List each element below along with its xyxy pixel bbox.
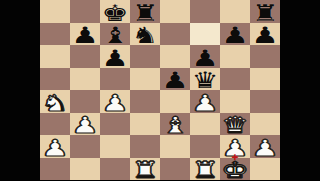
letterbox-right [280,0,320,180]
square-d7[interactable]: ♞ [130,23,160,46]
white-pawn[interactable]: ♟ [71,113,98,136]
square-e3[interactable]: ♝ [160,113,190,136]
square-g7[interactable]: ♟ [220,23,250,46]
white-pawn[interactable]: ♟ [191,91,218,114]
square-c1[interactable] [100,158,130,181]
square-h6[interactable] [250,45,280,68]
square-h1[interactable] [250,158,280,181]
square-b6[interactable] [70,45,100,68]
square-f7[interactable] [190,23,220,46]
square-c5[interactable] [100,68,130,91]
square-h2[interactable]: ♟ [250,135,280,158]
square-f4[interactable]: ♟ [190,90,220,113]
white-bishop[interactable]: ♝ [161,113,188,136]
square-b2[interactable] [70,135,100,158]
square-g8[interactable] [220,0,250,23]
square-e4[interactable] [160,90,190,113]
square-e5[interactable]: ♟ [160,68,190,91]
square-h3[interactable] [250,113,280,136]
square-g5[interactable] [220,68,250,91]
square-d1[interactable]: ♜ [130,158,160,181]
square-h5[interactable] [250,68,280,91]
chess-board: ♚♜♜♟♝♞♟♟♟♟♟♛♞♟♟♟♝♛♟♟♟♜♜♚✚ [40,0,280,180]
black-pawn[interactable]: ♟ [101,46,128,69]
square-g4[interactable] [220,90,250,113]
white-knight[interactable]: ♞ [41,91,68,114]
square-a7[interactable] [40,23,70,46]
square-d5[interactable] [130,68,160,91]
square-e6[interactable] [160,45,190,68]
square-a3[interactable] [40,113,70,136]
white-queen[interactable]: ♛ [221,113,248,136]
square-e1[interactable] [160,158,190,181]
black-pawn[interactable]: ♟ [221,23,248,46]
white-rook[interactable]: ♜ [131,158,158,180]
square-c4[interactable]: ♟ [100,90,130,113]
square-d4[interactable] [130,90,160,113]
square-c6[interactable]: ♟ [100,45,130,68]
square-a4[interactable]: ♞ [40,90,70,113]
square-f6[interactable]: ♟ [190,45,220,68]
black-bishop[interactable]: ♝ [101,23,128,46]
white-pawn[interactable]: ♟ [101,91,128,114]
square-c3[interactable] [100,113,130,136]
white-king[interactable]: ♚ [221,158,248,180]
black-rook[interactable]: ♜ [251,1,278,24]
square-h4[interactable] [250,90,280,113]
square-g3[interactable]: ♛ [220,113,250,136]
black-king[interactable]: ♚ [101,1,128,24]
square-c7[interactable]: ♝ [100,23,130,46]
square-a1[interactable] [40,158,70,181]
square-h7[interactable]: ♟ [250,23,280,46]
black-pawn[interactable]: ♟ [191,46,218,69]
square-g1[interactable]: ♚✚ [220,158,250,181]
square-f3[interactable] [190,113,220,136]
letterbox-left [0,0,40,180]
square-b3[interactable]: ♟ [70,113,100,136]
square-f2[interactable] [190,135,220,158]
black-pawn[interactable]: ♟ [161,68,188,91]
square-a8[interactable] [40,0,70,23]
square-c2[interactable] [100,135,130,158]
square-e7[interactable] [160,23,190,46]
square-a5[interactable] [40,68,70,91]
square-f5[interactable]: ♛ [190,68,220,91]
square-e8[interactable] [160,0,190,23]
black-knight[interactable]: ♞ [131,23,158,46]
white-pawn[interactable]: ♟ [41,136,68,159]
white-rook[interactable]: ♜ [191,158,218,180]
square-b4[interactable] [70,90,100,113]
white-pawn[interactable]: ♟ [251,136,278,159]
square-b8[interactable] [70,0,100,23]
square-c8[interactable]: ♚ [100,0,130,23]
square-f8[interactable] [190,0,220,23]
square-d3[interactable] [130,113,160,136]
video-frame: ♚♜♜♟♝♞♟♟♟♟♟♛♞♟♟♟♝♛♟♟♟♜♜♚✚ [0,0,320,180]
black-queen[interactable]: ♛ [191,68,218,91]
square-d6[interactable] [130,45,160,68]
square-d8[interactable]: ♜ [130,0,160,23]
square-b5[interactable] [70,68,100,91]
square-a6[interactable] [40,45,70,68]
square-d2[interactable] [130,135,160,158]
square-b1[interactable] [70,158,100,181]
square-h8[interactable]: ♜ [250,0,280,23]
black-pawn[interactable]: ♟ [71,23,98,46]
square-e2[interactable] [160,135,190,158]
black-pawn[interactable]: ♟ [251,23,278,46]
black-rook[interactable]: ♜ [131,1,158,24]
red-cross-marker: ✚ [232,154,239,162]
square-g6[interactable] [220,45,250,68]
square-b7[interactable]: ♟ [70,23,100,46]
square-f1[interactable]: ♜ [190,158,220,181]
square-a2[interactable]: ♟ [40,135,70,158]
